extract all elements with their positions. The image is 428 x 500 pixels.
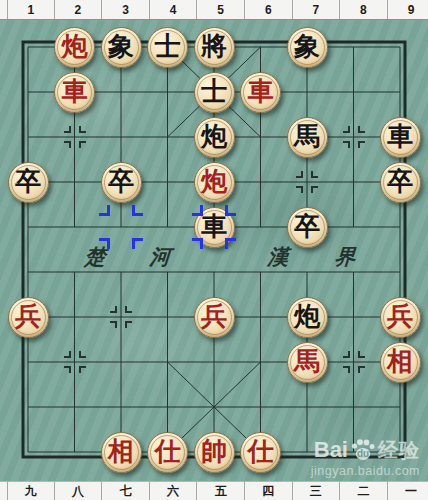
file-ruler-top: 123456789	[0, 0, 428, 20]
file-label: 7	[293, 0, 341, 19]
piece-glyph: 車	[387, 124, 413, 150]
piece-red-soldier[interactable]: 兵	[8, 297, 49, 338]
piece-glyph: 象	[108, 34, 134, 60]
piece-glyph: 仕	[155, 439, 181, 465]
piece-glyph: 將	[201, 34, 227, 60]
piece-glyph: 卒	[387, 169, 413, 195]
piece-red-cannon[interactable]: 炮	[54, 27, 95, 68]
piece-black-general[interactable]: 將	[194, 27, 235, 68]
piece-glyph: 兵	[15, 304, 41, 330]
piece-red-advisor[interactable]: 仕	[240, 432, 281, 473]
file-label: 2	[55, 0, 103, 19]
piece-red-chariot[interactable]: 車	[54, 72, 95, 113]
piece-glyph: 炮	[201, 169, 227, 195]
piece-black-advisor[interactable]: 士	[147, 27, 188, 68]
file-label: 8	[340, 0, 388, 19]
piece-glyph: 馬	[294, 124, 320, 150]
piece-glyph: 帥	[201, 439, 227, 465]
piece-black-elephant[interactable]: 象	[101, 27, 142, 68]
piece-black-soldier[interactable]: 卒	[287, 207, 328, 248]
watermark-brand-du: du	[357, 448, 369, 460]
river-text-jie: 界	[331, 244, 359, 270]
piece-red-elephant[interactable]: 相	[101, 432, 142, 473]
piece-red-elephant[interactable]: 相	[380, 342, 421, 383]
piece-red-cannon[interactable]: 炮	[194, 162, 235, 203]
river-text-han: 漢	[264, 244, 292, 270]
file-label: 5	[197, 0, 245, 19]
piece-glyph: 卒	[15, 169, 41, 195]
piece-glyph: 卒	[294, 214, 320, 240]
piece-black-cannon[interactable]: 炮	[194, 117, 235, 158]
file-label: 9	[388, 0, 428, 19]
piece-red-chariot[interactable]: 車	[240, 72, 281, 113]
river-text-he: 河	[146, 244, 174, 270]
file-ruler-bottom: 九八七六五四三二一	[0, 481, 428, 500]
file-label: 五	[197, 482, 245, 500]
piece-glyph: 兵	[387, 304, 413, 330]
piece-black-horse[interactable]: 馬	[287, 117, 328, 158]
last-move-to-marker	[192, 205, 236, 249]
piece-red-horse[interactable]: 馬	[287, 342, 328, 383]
piece-glyph: 士	[201, 79, 227, 105]
last-move-from-marker	[99, 205, 143, 249]
piece-black-soldier[interactable]: 卒	[101, 162, 142, 203]
piece-glyph: 士	[155, 34, 181, 60]
piece-glyph: 仕	[248, 439, 274, 465]
watermark-url: jingyan.baidu.com	[311, 464, 420, 478]
piece-glyph: 相	[387, 349, 413, 375]
piece-red-general[interactable]: 帥	[194, 432, 235, 473]
piece-black-soldier[interactable]: 卒	[8, 162, 49, 203]
piece-glyph: 炮	[201, 124, 227, 150]
piece-red-soldier[interactable]: 兵	[194, 297, 235, 338]
piece-glyph: 炮	[62, 34, 88, 60]
file-label: 九	[7, 482, 55, 500]
piece-glyph: 相	[108, 439, 134, 465]
file-label: 3	[102, 0, 150, 19]
piece-glyph: 卒	[108, 169, 134, 195]
piece-black-chariot[interactable]: 車	[380, 117, 421, 158]
piece-black-soldier[interactable]: 卒	[380, 162, 421, 203]
watermark-brand-bai: Bai	[314, 438, 348, 462]
watermark-brand-jingyan: 经验	[378, 438, 420, 462]
file-label: 4	[150, 0, 198, 19]
piece-glyph: 車	[62, 79, 88, 105]
piece-glyph: 馬	[294, 349, 320, 375]
piece-glyph: 象	[294, 34, 320, 60]
piece-glyph: 車	[248, 79, 274, 105]
baidu-watermark: Bai du 经验 jingyan.baidu.com	[311, 438, 420, 478]
file-label: 四	[245, 482, 293, 500]
file-label: 八	[55, 482, 103, 500]
xiangqi-app: 123456789 楚 河 漢 界 炮象士將象車士車炮馬車卒卒炮卒車卒兵兵炮兵馬…	[0, 0, 428, 500]
file-label: 七	[102, 482, 150, 500]
file-label: 二	[340, 482, 388, 500]
piece-black-cannon[interactable]: 炮	[287, 297, 328, 338]
baidu-paw-icon: du	[350, 438, 376, 462]
piece-glyph: 炮	[294, 304, 320, 330]
file-label: 6	[245, 0, 293, 19]
piece-glyph: 兵	[201, 304, 227, 330]
piece-red-soldier[interactable]: 兵	[380, 297, 421, 338]
file-label: 三	[293, 482, 341, 500]
piece-black-advisor[interactable]: 士	[194, 72, 235, 113]
file-label: 六	[150, 482, 198, 500]
piece-red-advisor[interactable]: 仕	[147, 432, 188, 473]
file-label: 一	[388, 482, 428, 500]
piece-black-elephant[interactable]: 象	[287, 27, 328, 68]
file-label: 1	[7, 0, 55, 19]
xiangqi-board: 楚 河 漢 界 炮象士將象車士車炮馬車卒卒炮卒車卒兵兵炮兵馬相相仕帥仕 Bai	[0, 20, 428, 481]
